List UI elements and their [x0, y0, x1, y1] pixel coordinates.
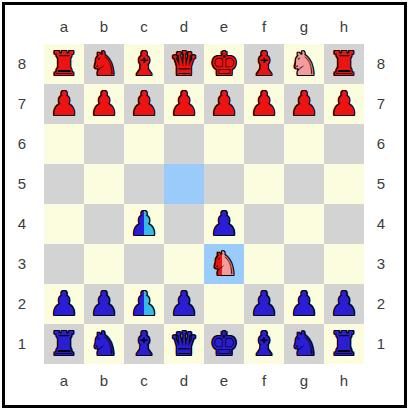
rank-label-right-4: 4: [364, 204, 398, 244]
file-label-bottom-d: d: [164, 366, 204, 396]
square-d2[interactable]: ♟: [164, 284, 204, 324]
square-b3[interactable]: [84, 244, 124, 284]
rank-label-right-8: 8: [364, 44, 398, 84]
square-g6[interactable]: [284, 124, 324, 164]
square-c8[interactable]: ♝: [124, 44, 164, 84]
square-h4[interactable]: [324, 204, 364, 244]
square-c6[interactable]: [124, 124, 164, 164]
blue-pawn: ♟♟: [124, 204, 164, 244]
piece-glyph: ♟: [44, 84, 84, 124]
square-b5[interactable]: [84, 164, 124, 204]
square-f8[interactable]: ♝: [244, 44, 284, 84]
blue-pawn: ♟: [204, 204, 244, 244]
square-e3[interactable]: ♞♞: [204, 244, 244, 284]
blue-queen: ♛: [164, 324, 204, 364]
square-a4[interactable]: [44, 204, 84, 244]
piece-glyph: ♝: [244, 324, 284, 364]
square-e1[interactable]: ♚: [204, 324, 244, 364]
square-a2[interactable]: ♟: [44, 284, 84, 324]
file-labels-top: abcdefgh: [44, 12, 364, 42]
blue-bishop: ♝: [124, 324, 164, 364]
square-d3[interactable]: [164, 244, 204, 284]
red-bishop: ♝: [124, 44, 164, 84]
file-label-top-e: e: [204, 12, 244, 42]
file-label-bottom-e: e: [204, 366, 244, 396]
file-label-top-a: a: [44, 12, 84, 42]
piece-glyph: ♟: [324, 84, 364, 124]
rank-label-left-8: 8: [0, 44, 44, 84]
piece-glyph: ♟: [204, 204, 244, 244]
piece-glyph: ♜: [44, 324, 84, 364]
square-f6[interactable]: [244, 124, 284, 164]
square-a3[interactable]: [44, 244, 84, 284]
blue-rook: ♜: [44, 324, 84, 364]
file-label-bottom-a: a: [44, 366, 84, 396]
square-h3[interactable]: [324, 244, 364, 284]
square-g8[interactable]: ♞♞: [284, 44, 324, 84]
file-label-bottom-f: f: [244, 366, 284, 396]
blue-pawn: ♟: [244, 284, 284, 324]
chess-app: abcdefgh abcdefgh 87654321 87654321 ♜♞♝♛…: [0, 0, 409, 410]
square-f3[interactable]: [244, 244, 284, 284]
red-knight: ♞♞: [204, 244, 244, 284]
rank-label-left-7: 7: [0, 84, 44, 124]
piece-glyph: ♜: [44, 44, 84, 84]
rank-label-right-7: 7: [364, 84, 398, 124]
square-g3[interactable]: [284, 244, 324, 284]
red-pawn: ♟: [164, 84, 204, 124]
piece-glyph: ♚: [204, 44, 244, 84]
square-f5[interactable]: [244, 164, 284, 204]
square-d5[interactable]: [164, 164, 204, 204]
red-rook: ♜: [44, 44, 84, 84]
square-d8[interactable]: ♛: [164, 44, 204, 84]
square-h5[interactable]: [324, 164, 364, 204]
red-pawn: ♟: [244, 84, 284, 124]
red-pawn: ♟: [284, 84, 324, 124]
piece-glyph: ♝: [124, 44, 164, 84]
piece-glyph: ♟: [84, 284, 124, 324]
square-b2[interactable]: ♟: [84, 284, 124, 324]
piece-glyph: ♜: [324, 324, 364, 364]
blue-knight: ♞: [84, 324, 124, 364]
square-b4[interactable]: [84, 204, 124, 244]
square-a6[interactable]: [44, 124, 84, 164]
square-g7[interactable]: ♟: [284, 84, 324, 124]
square-h7[interactable]: ♟: [324, 84, 364, 124]
file-label-top-g: g: [284, 12, 324, 42]
blue-pawn: ♟: [84, 284, 124, 324]
piece-glyph: ♞: [84, 324, 124, 364]
square-e2[interactable]: [204, 284, 244, 324]
square-b6[interactable]: [84, 124, 124, 164]
square-d7[interactable]: ♟: [164, 84, 204, 124]
square-d6[interactable]: [164, 124, 204, 164]
piece-glyph: ♟: [284, 84, 324, 124]
square-g1[interactable]: ♞: [284, 324, 324, 364]
file-label-bottom-b: b: [84, 366, 124, 396]
blue-pawn: ♟: [284, 284, 324, 324]
blue-rook: ♜: [324, 324, 364, 364]
square-a1[interactable]: ♜: [44, 324, 84, 364]
rank-labels-right: 87654321: [364, 44, 398, 364]
square-e5[interactable]: [204, 164, 244, 204]
file-label-top-f: f: [244, 12, 284, 42]
red-pawn: ♟: [204, 84, 244, 124]
rank-label-left-6: 6: [0, 124, 44, 164]
square-c7[interactable]: ♟: [124, 84, 164, 124]
piece-glyph: ♟: [204, 84, 244, 124]
piece-glyph: ♛: [164, 44, 204, 84]
rank-label-left-3: 3: [0, 244, 44, 284]
red-queen: ♛: [164, 44, 204, 84]
piece-glyph: ♟: [44, 284, 84, 324]
piece-glyph: ♟: [244, 284, 284, 324]
piece-glyph: ♝: [244, 44, 284, 84]
rank-label-left-5: 5: [0, 164, 44, 204]
square-f4[interactable]: [244, 204, 284, 244]
square-e7[interactable]: ♟: [204, 84, 244, 124]
square-c2[interactable]: ♟♟: [124, 284, 164, 324]
red-king: ♚: [204, 44, 244, 84]
blue-bishop: ♝: [244, 324, 284, 364]
rank-label-right-5: 5: [364, 164, 398, 204]
red-knight: ♞♞: [284, 44, 324, 84]
rank-label-left-1: 1: [0, 324, 44, 364]
rank-label-right-2: 2: [364, 284, 398, 324]
square-c1[interactable]: ♝: [124, 324, 164, 364]
red-pawn: ♟: [124, 84, 164, 124]
file-label-top-b: b: [84, 12, 124, 42]
square-a5[interactable]: [44, 164, 84, 204]
piece-glyph: ♟: [164, 284, 204, 324]
square-c5[interactable]: [124, 164, 164, 204]
piece-glyph: ♟: [284, 284, 324, 324]
square-b7[interactable]: ♟: [84, 84, 124, 124]
file-label-top-d: d: [164, 12, 204, 42]
red-bishop: ♝: [244, 44, 284, 84]
square-g4[interactable]: [284, 204, 324, 244]
blue-pawn: ♟: [324, 284, 364, 324]
piece-glyph: ♛: [164, 324, 204, 364]
square-h6[interactable]: [324, 124, 364, 164]
square-h8[interactable]: ♜: [324, 44, 364, 84]
blue-knight: ♞: [284, 324, 324, 364]
piece-glyph: ♟: [164, 84, 204, 124]
red-pawn: ♟: [324, 84, 364, 124]
square-a8[interactable]: ♜: [44, 44, 84, 84]
rank-labels-left: 87654321: [0, 44, 44, 364]
square-a7[interactable]: ♟: [44, 84, 84, 124]
piece-glyph: ♟: [324, 284, 364, 324]
rank-label-right-3: 3: [364, 244, 398, 284]
piece-glyph: ♟: [124, 84, 164, 124]
red-rook: ♜: [324, 44, 364, 84]
square-d1[interactable]: ♛: [164, 324, 204, 364]
square-h2[interactable]: ♟: [324, 284, 364, 324]
piece-glyph: ♞: [284, 324, 324, 364]
piece-glyph: ♚: [204, 324, 244, 364]
blue-pawn: ♟: [44, 284, 84, 324]
square-f7[interactable]: ♟: [244, 84, 284, 124]
rank-label-left-4: 4: [0, 204, 44, 244]
square-g2[interactable]: ♟: [284, 284, 324, 324]
square-c3[interactable]: [124, 244, 164, 284]
square-g5[interactable]: [284, 164, 324, 204]
piece-glyph: ♟: [244, 84, 284, 124]
piece-glyph: ♝: [124, 324, 164, 364]
square-e4[interactable]: ♟: [204, 204, 244, 244]
file-label-bottom-c: c: [124, 366, 164, 396]
square-f2[interactable]: ♟: [244, 284, 284, 324]
square-c4[interactable]: ♟♟: [124, 204, 164, 244]
chess-board: ♜♞♝♛♚♝♞♞♜♟♟♟♟♟♟♟♟♟♟♟♞♞♟♟♟♟♟♟♟♟♜♞♝♛♚♝♞♜: [44, 44, 364, 364]
blue-pawn: ♟: [164, 284, 204, 324]
red-pawn: ♟: [44, 84, 84, 124]
piece-glyph: ♟: [84, 84, 124, 124]
file-labels-bottom: abcdefgh: [44, 366, 364, 396]
blue-king: ♚: [204, 324, 244, 364]
square-b1[interactable]: ♞: [84, 324, 124, 364]
square-b8[interactable]: ♞: [84, 44, 124, 84]
file-label-bottom-h: h: [324, 366, 364, 396]
square-h1[interactable]: ♜: [324, 324, 364, 364]
piece-glyph: ♜: [324, 44, 364, 84]
square-f1[interactable]: ♝: [244, 324, 284, 364]
file-label-top-h: h: [324, 12, 364, 42]
square-d4[interactable]: [164, 204, 204, 244]
red-knight: ♞: [84, 44, 124, 84]
file-label-top-c: c: [124, 12, 164, 42]
piece-glyph: ♞: [84, 44, 124, 84]
square-e6[interactable]: [204, 124, 244, 164]
rank-label-right-6: 6: [364, 124, 398, 164]
square-e8[interactable]: ♚: [204, 44, 244, 84]
file-label-bottom-g: g: [284, 366, 324, 396]
rank-label-right-1: 1: [364, 324, 398, 364]
red-pawn: ♟: [84, 84, 124, 124]
rank-label-left-2: 2: [0, 284, 44, 324]
blue-pawn: ♟♟: [124, 284, 164, 324]
